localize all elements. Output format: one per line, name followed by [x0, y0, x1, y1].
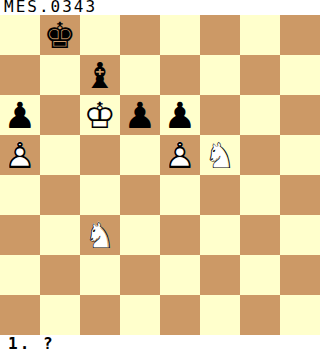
- square-g3[interactable]: [240, 215, 280, 255]
- square-d1[interactable]: [120, 295, 160, 335]
- square-a8[interactable]: [0, 15, 40, 55]
- square-e7[interactable]: [160, 55, 200, 95]
- square-e2[interactable]: [160, 255, 200, 295]
- move-prompt: 1. ?: [8, 335, 55, 353]
- square-g8[interactable]: [240, 15, 280, 55]
- square-f8[interactable]: [200, 15, 240, 55]
- square-b7[interactable]: [40, 55, 80, 95]
- square-c6[interactable]: ♚♔: [80, 95, 120, 135]
- square-f3[interactable]: [200, 215, 240, 255]
- white-king-piece[interactable]: ♚♔: [80, 95, 120, 135]
- square-h2[interactable]: [280, 255, 320, 295]
- square-e8[interactable]: [160, 15, 200, 55]
- white-piece-outline: ♙: [160, 135, 200, 175]
- square-f1[interactable]: [200, 295, 240, 335]
- white-pawn-piece[interactable]: ♟♙: [160, 135, 200, 175]
- square-a6[interactable]: ♟: [0, 95, 40, 135]
- square-g2[interactable]: [240, 255, 280, 295]
- square-a7[interactable]: [0, 55, 40, 95]
- diagram-title: MES.0343: [4, 0, 97, 15]
- white-piece-outline: ♔: [80, 95, 120, 135]
- square-e5[interactable]: ♟♙: [160, 135, 200, 175]
- square-a2[interactable]: [0, 255, 40, 295]
- square-d4[interactable]: [120, 175, 160, 215]
- square-d8[interactable]: [120, 15, 160, 55]
- square-d6[interactable]: ♟: [120, 95, 160, 135]
- square-b5[interactable]: [40, 135, 80, 175]
- white-knight-piece[interactable]: ♞♘: [80, 215, 120, 255]
- square-h5[interactable]: [280, 135, 320, 175]
- square-g4[interactable]: [240, 175, 280, 215]
- square-g7[interactable]: [240, 55, 280, 95]
- square-f4[interactable]: [200, 175, 240, 215]
- square-g5[interactable]: [240, 135, 280, 175]
- square-b3[interactable]: [40, 215, 80, 255]
- square-b2[interactable]: [40, 255, 80, 295]
- square-b1[interactable]: [40, 295, 80, 335]
- square-g1[interactable]: [240, 295, 280, 335]
- square-e1[interactable]: [160, 295, 200, 335]
- black-king-piece[interactable]: ♚: [40, 15, 80, 55]
- square-h8[interactable]: [280, 15, 320, 55]
- square-e3[interactable]: [160, 215, 200, 255]
- chess-board: ♚♝♟♚♔♟♟♟♙♟♙♞♘♞♘: [0, 15, 320, 335]
- square-b8[interactable]: ♚: [40, 15, 80, 55]
- black-pawn-piece[interactable]: ♟: [120, 95, 160, 135]
- square-d7[interactable]: [120, 55, 160, 95]
- square-d5[interactable]: [120, 135, 160, 175]
- chess-diagram-window: MES.0343 ♚♝♟♚♔♟♟♟♙♟♙♞♘♞♘ 1. ?: [0, 0, 320, 360]
- square-c5[interactable]: [80, 135, 120, 175]
- square-h3[interactable]: [280, 215, 320, 255]
- square-f5[interactable]: ♞♘: [200, 135, 240, 175]
- square-f2[interactable]: [200, 255, 240, 295]
- square-c2[interactable]: [80, 255, 120, 295]
- square-c3[interactable]: ♞♘: [80, 215, 120, 255]
- black-bishop-piece[interactable]: ♝: [80, 55, 120, 95]
- white-knight-piece[interactable]: ♞♘: [200, 135, 240, 175]
- white-pawn-piece[interactable]: ♟♙: [0, 135, 40, 175]
- square-h7[interactable]: [280, 55, 320, 95]
- white-piece-outline: ♘: [80, 215, 120, 255]
- square-d3[interactable]: [120, 215, 160, 255]
- square-h4[interactable]: [280, 175, 320, 215]
- square-c8[interactable]: [80, 15, 120, 55]
- square-a5[interactable]: ♟♙: [0, 135, 40, 175]
- square-b6[interactable]: [40, 95, 80, 135]
- square-c7[interactable]: ♝: [80, 55, 120, 95]
- square-d2[interactable]: [120, 255, 160, 295]
- square-e6[interactable]: ♟: [160, 95, 200, 135]
- square-b4[interactable]: [40, 175, 80, 215]
- square-a4[interactable]: [0, 175, 40, 215]
- square-g6[interactable]: [240, 95, 280, 135]
- square-c4[interactable]: [80, 175, 120, 215]
- black-pawn-piece[interactable]: ♟: [0, 95, 40, 135]
- square-e4[interactable]: [160, 175, 200, 215]
- square-f6[interactable]: [200, 95, 240, 135]
- square-c1[interactable]: [80, 295, 120, 335]
- square-h6[interactable]: [280, 95, 320, 135]
- black-pawn-piece[interactable]: ♟: [160, 95, 200, 135]
- square-a1[interactable]: [0, 295, 40, 335]
- white-piece-outline: ♙: [0, 135, 40, 175]
- square-h1[interactable]: [280, 295, 320, 335]
- white-piece-outline: ♘: [200, 135, 240, 175]
- square-f7[interactable]: [200, 55, 240, 95]
- square-a3[interactable]: [0, 215, 40, 255]
